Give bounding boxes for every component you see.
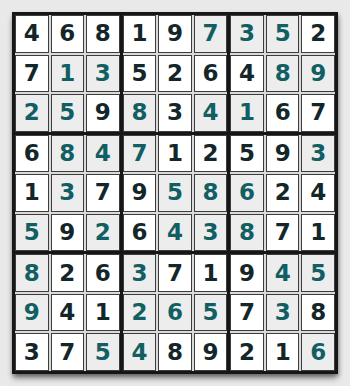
cell-r4c1[interactable]: 6 [15, 135, 49, 173]
cell-r5c8[interactable]: 2 [266, 174, 300, 212]
sudoku-box-9: 945738216 [230, 254, 335, 371]
cell-r2c1[interactable]: 7 [15, 55, 49, 93]
cell-r4c9: 3 [301, 135, 335, 173]
sudoku-box-2: 197526834 [123, 15, 228, 132]
cell-r9c8[interactable]: 1 [266, 333, 300, 371]
cell-r5c4[interactable]: 9 [123, 174, 157, 212]
cell-r8c2[interactable]: 4 [51, 294, 85, 332]
cell-r9c4: 4 [123, 333, 157, 371]
cell-r5c6: 8 [194, 174, 228, 212]
cell-r8c1: 9 [15, 294, 49, 332]
cell-r3c6: 4 [194, 94, 228, 132]
sudoku-board: 4687132591975268343524891676841375927129… [12, 12, 338, 374]
cell-r8c6: 5 [194, 294, 228, 332]
cell-r7c8: 4 [266, 254, 300, 292]
cell-r2c2: 1 [51, 55, 85, 93]
page-background: 4687132591975268343524891676841375927129… [0, 0, 350, 386]
cell-r5c5: 5 [158, 174, 192, 212]
cell-r2c7[interactable]: 4 [230, 55, 264, 93]
cell-r3c1: 2 [15, 94, 49, 132]
cell-r7c2[interactable]: 2 [51, 254, 85, 292]
cell-r8c5: 6 [158, 294, 192, 332]
cell-r6c7: 8 [230, 214, 264, 252]
cell-r7c7[interactable]: 9 [230, 254, 264, 292]
cell-r4c2: 8 [51, 135, 85, 173]
sudoku-box-8: 371265489 [123, 254, 228, 371]
cell-r7c5[interactable]: 7 [158, 254, 192, 292]
cell-r6c5: 4 [158, 214, 192, 252]
cell-r1c1[interactable]: 4 [15, 15, 49, 53]
cell-r9c1[interactable]: 3 [15, 333, 49, 371]
cell-r7c3[interactable]: 6 [86, 254, 120, 292]
cell-r2c8: 8 [266, 55, 300, 93]
cell-r9c9: 6 [301, 333, 335, 371]
cell-r1c3[interactable]: 8 [86, 15, 120, 53]
cell-r1c4[interactable]: 1 [123, 15, 157, 53]
cell-r1c7: 3 [230, 15, 264, 53]
cell-r5c2: 3 [51, 174, 85, 212]
cell-r2c4[interactable]: 5 [123, 55, 157, 93]
cell-r2c6[interactable]: 6 [194, 55, 228, 93]
cell-r3c9[interactable]: 7 [301, 94, 335, 132]
cell-r6c3: 2 [86, 214, 120, 252]
cell-r1c5[interactable]: 9 [158, 15, 192, 53]
cell-r8c7[interactable]: 7 [230, 294, 264, 332]
cell-r4c8[interactable]: 9 [266, 135, 300, 173]
cell-r9c3: 5 [86, 333, 120, 371]
cell-r1c8: 5 [266, 15, 300, 53]
cell-r1c2[interactable]: 6 [51, 15, 85, 53]
cell-r6c9[interactable]: 1 [301, 214, 335, 252]
cell-r3c2: 5 [51, 94, 85, 132]
cell-r2c5[interactable]: 2 [158, 55, 192, 93]
cell-r6c2[interactable]: 9 [51, 214, 85, 252]
cell-r9c6[interactable]: 9 [194, 333, 228, 371]
cell-r3c4: 8 [123, 94, 157, 132]
cell-r1c9[interactable]: 2 [301, 15, 335, 53]
cell-r5c7: 6 [230, 174, 264, 212]
cell-r2c9: 9 [301, 55, 335, 93]
cell-r4c6[interactable]: 2 [194, 135, 228, 173]
cell-r6c4[interactable]: 6 [123, 214, 157, 252]
cell-r3c8[interactable]: 6 [266, 94, 300, 132]
sudoku-box-1: 468713259 [15, 15, 120, 132]
cell-r2c3: 3 [86, 55, 120, 93]
cell-r7c1: 8 [15, 254, 49, 292]
cell-r7c4: 3 [123, 254, 157, 292]
cell-r9c5[interactable]: 8 [158, 333, 192, 371]
cell-r4c5[interactable]: 1 [158, 135, 192, 173]
cell-r8c9[interactable]: 8 [301, 294, 335, 332]
cell-r8c4: 2 [123, 294, 157, 332]
sudoku-box-5: 712958643 [123, 135, 228, 252]
cell-r8c3[interactable]: 1 [86, 294, 120, 332]
cell-r4c3: 4 [86, 135, 120, 173]
cell-r7c6[interactable]: 1 [194, 254, 228, 292]
cell-r5c9[interactable]: 4 [301, 174, 335, 212]
sudoku-box-3: 352489167 [230, 15, 335, 132]
cell-r6c6: 3 [194, 214, 228, 252]
cell-r6c1: 5 [15, 214, 49, 252]
cell-r8c8: 3 [266, 294, 300, 332]
cell-r6c8[interactable]: 7 [266, 214, 300, 252]
sudoku-box-7: 826941375 [15, 254, 120, 371]
cell-r9c7[interactable]: 2 [230, 333, 264, 371]
cell-r5c1[interactable]: 1 [15, 174, 49, 212]
cell-r1c6: 7 [194, 15, 228, 53]
sudoku-box-6: 593624871 [230, 135, 335, 252]
sudoku-box-4: 684137592 [15, 135, 120, 252]
cell-r3c7: 1 [230, 94, 264, 132]
cell-r9c2[interactable]: 7 [51, 333, 85, 371]
cell-r5c3[interactable]: 7 [86, 174, 120, 212]
cell-r4c4: 7 [123, 135, 157, 173]
cell-r3c5[interactable]: 3 [158, 94, 192, 132]
cell-r7c9: 5 [301, 254, 335, 292]
cell-r3c3[interactable]: 9 [86, 94, 120, 132]
cell-r4c7[interactable]: 5 [230, 135, 264, 173]
